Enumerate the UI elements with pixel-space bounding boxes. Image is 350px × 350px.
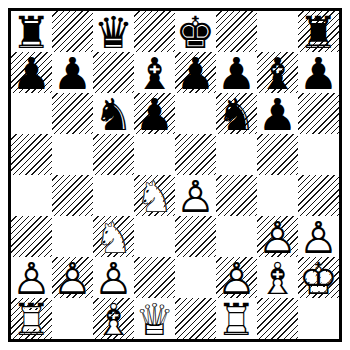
square-e6[interactable] (175, 93, 216, 134)
chess-diagram: ♜♛♚♜♟♟♝♟♟♝♟♞♟♞♟♞♘♟♙♞♘♟♙♟♙♟♙♟♙♟♙♟♙♝♗♚♔♜♖♝… (0, 0, 350, 350)
black-pawn-icon: ♟ (53, 52, 92, 96)
square-c4[interactable] (93, 175, 134, 216)
square-c2[interactable]: ♟♙ (93, 257, 134, 298)
square-b4[interactable] (52, 175, 93, 216)
black-pawn: ♟ (53, 52, 92, 96)
square-e7[interactable]: ♟ (175, 52, 216, 93)
black-knight: ♞ (94, 93, 133, 137)
square-c8[interactable]: ♛ (93, 11, 134, 52)
white-knight-icon: ♘ (135, 175, 174, 219)
square-a3[interactable] (11, 216, 52, 257)
black-pawn: ♟ (135, 93, 174, 137)
square-g2[interactable]: ♝♗ (257, 257, 298, 298)
square-b8[interactable] (52, 11, 93, 52)
square-f8[interactable] (216, 11, 257, 52)
square-g7[interactable]: ♝ (257, 52, 298, 93)
square-e1[interactable] (175, 298, 216, 339)
chessboard: ♜♛♚♜♟♟♝♟♟♝♟♞♟♞♟♞♘♟♙♞♘♟♙♟♙♟♙♟♙♟♙♟♙♝♗♚♔♜♖♝… (11, 11, 339, 339)
square-g6[interactable]: ♟ (257, 93, 298, 134)
square-c3[interactable]: ♞♘ (93, 216, 134, 257)
square-f4[interactable] (216, 175, 257, 216)
square-g4[interactable] (257, 175, 298, 216)
white-queen: ♛♕ (135, 298, 174, 342)
square-f1[interactable]: ♜♖ (216, 298, 257, 339)
square-d4[interactable]: ♞♘ (134, 175, 175, 216)
white-bishop: ♝♗ (94, 298, 133, 342)
black-pawn-icon: ♟ (258, 93, 297, 137)
black-pawn: ♟ (258, 93, 297, 137)
square-e8[interactable]: ♚ (175, 11, 216, 52)
black-pawn: ♟ (176, 52, 215, 96)
square-e2[interactable] (175, 257, 216, 298)
square-h3[interactable]: ♟♙ (298, 216, 339, 257)
white-pawn-icon: ♙ (53, 257, 92, 301)
white-pawn: ♟♙ (176, 175, 215, 219)
black-pawn-icon: ♟ (299, 52, 338, 96)
square-c1[interactable]: ♝♗ (93, 298, 134, 339)
square-h6[interactable] (298, 93, 339, 134)
white-knight: ♞♘ (135, 175, 174, 219)
square-h4[interactable] (298, 175, 339, 216)
square-d6[interactable]: ♟ (134, 93, 175, 134)
square-a2[interactable]: ♟♙ (11, 257, 52, 298)
black-pawn: ♟ (12, 52, 51, 96)
square-h1[interactable] (298, 298, 339, 339)
square-d7[interactable]: ♝ (134, 52, 175, 93)
square-c5[interactable] (93, 134, 134, 175)
square-g5[interactable] (257, 134, 298, 175)
square-c7[interactable] (93, 52, 134, 93)
white-king-icon: ♔ (299, 257, 338, 301)
square-b2[interactable]: ♟♙ (52, 257, 93, 298)
board-frame: ♜♛♚♜♟♟♝♟♟♝♟♞♟♞♟♞♘♟♙♞♘♟♙♟♙♟♙♟♙♟♙♟♙♝♗♚♔♜♖♝… (8, 8, 342, 342)
white-bishop-icon: ♗ (94, 298, 133, 342)
square-a7[interactable]: ♟ (11, 52, 52, 93)
square-f6[interactable]: ♞ (216, 93, 257, 134)
square-g3[interactable]: ♟♙ (257, 216, 298, 257)
black-pawn-icon: ♟ (135, 93, 174, 137)
white-rook: ♜♖ (12, 298, 51, 342)
white-king: ♚♔ (299, 257, 338, 301)
white-pawn: ♟♙ (53, 257, 92, 301)
square-d8[interactable] (134, 11, 175, 52)
white-bishop-icon: ♗ (258, 257, 297, 301)
white-rook-icon: ♖ (217, 298, 256, 342)
square-d5[interactable] (134, 134, 175, 175)
square-h7[interactable]: ♟ (298, 52, 339, 93)
black-queen-icon: ♛ (94, 11, 133, 55)
white-queen-icon: ♕ (135, 298, 174, 342)
square-b6[interactable] (52, 93, 93, 134)
black-pawn: ♟ (299, 52, 338, 96)
white-rook-icon: ♖ (12, 298, 51, 342)
square-a1[interactable]: ♜♖ (11, 298, 52, 339)
square-a8[interactable]: ♜ (11, 11, 52, 52)
black-knight-icon: ♞ (94, 93, 133, 137)
square-f7[interactable]: ♟ (216, 52, 257, 93)
white-bishop: ♝♗ (258, 257, 297, 301)
black-queen: ♛ (94, 11, 133, 55)
square-a4[interactable] (11, 175, 52, 216)
square-b7[interactable]: ♟ (52, 52, 93, 93)
black-pawn-icon: ♟ (176, 52, 215, 96)
square-f2[interactable]: ♟♙ (216, 257, 257, 298)
white-pawn-icon: ♙ (176, 175, 215, 219)
square-g8[interactable] (257, 11, 298, 52)
square-h5[interactable] (298, 134, 339, 175)
square-b3[interactable] (52, 216, 93, 257)
square-b1[interactable] (52, 298, 93, 339)
black-knight-icon: ♞ (217, 93, 256, 137)
square-b5[interactable] (52, 134, 93, 175)
square-d2[interactable] (134, 257, 175, 298)
white-rook: ♜♖ (217, 298, 256, 342)
square-f5[interactable] (216, 134, 257, 175)
square-a6[interactable] (11, 93, 52, 134)
square-d3[interactable] (134, 216, 175, 257)
black-pawn-icon: ♟ (12, 52, 51, 96)
square-e4[interactable]: ♟♙ (175, 175, 216, 216)
square-e3[interactable] (175, 216, 216, 257)
square-f3[interactable] (216, 216, 257, 257)
square-d1[interactable]: ♛♕ (134, 298, 175, 339)
square-h8[interactable]: ♜ (298, 11, 339, 52)
square-e5[interactable] (175, 134, 216, 175)
square-h2[interactable]: ♚♔ (298, 257, 339, 298)
square-a5[interactable] (11, 134, 52, 175)
square-g1[interactable] (257, 298, 298, 339)
black-knight: ♞ (217, 93, 256, 137)
square-c6[interactable]: ♞ (93, 93, 134, 134)
